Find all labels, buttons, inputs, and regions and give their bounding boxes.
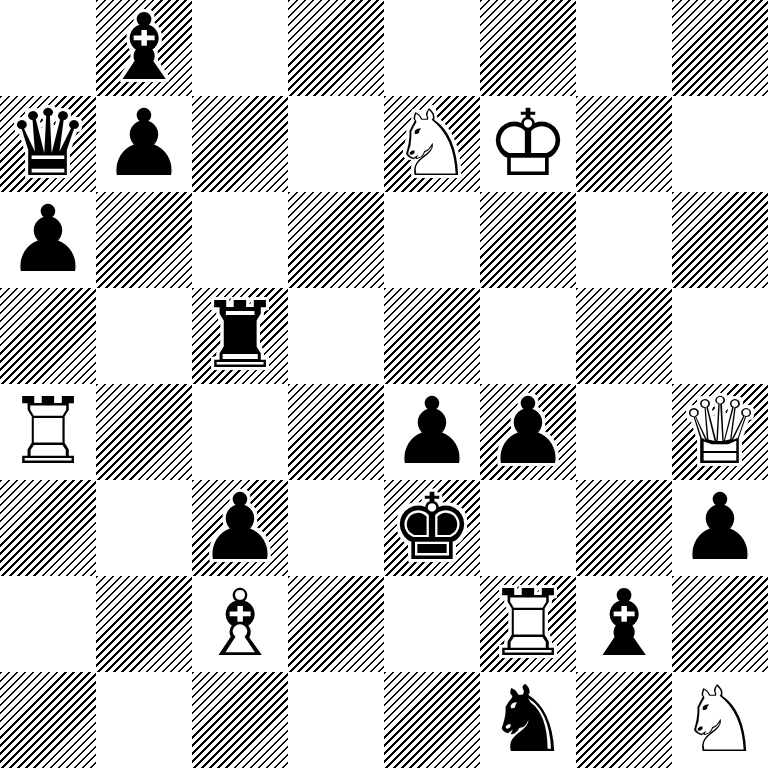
square-e6[interactable] [384,192,480,288]
square-b7[interactable]: ♟ [96,96,192,192]
square-a4[interactable]: ♜♖ [0,384,96,480]
square-c5[interactable]: ♜ [192,288,288,384]
square-a3[interactable] [0,480,96,576]
square-b3[interactable] [96,480,192,576]
white-queen-glyph: ♕ [672,384,768,480]
black-bishop[interactable]: ♝ [576,576,672,672]
square-e1[interactable] [384,672,480,768]
square-d6[interactable] [288,192,384,288]
square-c6[interactable] [192,192,288,288]
square-g6[interactable] [576,192,672,288]
square-g2[interactable]: ♝ [576,576,672,672]
square-c2[interactable]: ♝♗ [192,576,288,672]
black-king-glyph: ♚ [384,480,480,576]
black-pawn-glyph: ♟ [672,480,768,576]
black-pawn-glyph: ♟ [0,192,96,288]
square-f2[interactable]: ♜♖ [480,576,576,672]
square-e8[interactable] [384,0,480,96]
black-pawn[interactable]: ♟ [672,480,768,576]
black-queen-glyph: ♛ [0,96,96,192]
white-bishop[interactable]: ♝♗ [192,576,288,672]
black-rook-glyph: ♜ [192,288,288,384]
black-knight-glyph: ♞ [480,672,576,768]
square-e4[interactable]: ♟ [384,384,480,480]
square-f7[interactable]: ♚♔ [480,96,576,192]
black-bishop-glyph: ♝ [96,0,192,96]
black-pawn-glyph: ♟ [384,384,480,480]
square-h8[interactable] [672,0,768,96]
square-g5[interactable] [576,288,672,384]
square-d3[interactable] [288,480,384,576]
square-f3[interactable] [480,480,576,576]
white-bishop-glyph: ♗ [192,576,288,672]
white-knight[interactable]: ♞♘ [672,672,768,768]
square-a6[interactable]: ♟ [0,192,96,288]
white-rook-glyph: ♖ [480,576,576,672]
square-b4[interactable] [96,384,192,480]
white-king[interactable]: ♚♔ [480,96,576,192]
white-knight-glyph: ♘ [384,96,480,192]
square-d2[interactable] [288,576,384,672]
square-h4[interactable]: ♛♕ [672,384,768,480]
square-d5[interactable] [288,288,384,384]
square-f5[interactable] [480,288,576,384]
black-queen[interactable]: ♛ [0,96,96,192]
square-d4[interactable] [288,384,384,480]
white-rook[interactable]: ♜♖ [480,576,576,672]
white-king-glyph: ♔ [480,96,576,192]
square-d7[interactable] [288,96,384,192]
white-queen[interactable]: ♛♕ [672,384,768,480]
square-c8[interactable] [192,0,288,96]
square-e3[interactable]: ♚ [384,480,480,576]
black-pawn-glyph: ♟ [96,96,192,192]
black-pawn[interactable]: ♟ [192,480,288,576]
white-rook-glyph: ♖ [0,384,96,480]
black-pawn[interactable]: ♟ [384,384,480,480]
square-b8[interactable]: ♝ [96,0,192,96]
square-h7[interactable] [672,96,768,192]
square-g8[interactable] [576,0,672,96]
square-f8[interactable] [480,0,576,96]
square-a8[interactable] [0,0,96,96]
square-c3[interactable]: ♟ [192,480,288,576]
square-b5[interactable] [96,288,192,384]
square-a2[interactable] [0,576,96,672]
square-b6[interactable] [96,192,192,288]
square-d1[interactable] [288,672,384,768]
white-knight[interactable]: ♞♘ [384,96,480,192]
square-b1[interactable] [96,672,192,768]
square-g1[interactable] [576,672,672,768]
black-knight[interactable]: ♞ [480,672,576,768]
square-c1[interactable] [192,672,288,768]
chess-board: ♝♛♟♞♘♚♔♟♜♜♖♟♟♛♕♟♚♟♝♗♜♖♝♞♞♘ [0,0,768,768]
square-c7[interactable] [192,96,288,192]
square-e5[interactable] [384,288,480,384]
square-c4[interactable] [192,384,288,480]
square-a1[interactable] [0,672,96,768]
square-b2[interactable] [96,576,192,672]
black-bishop-glyph: ♝ [576,576,672,672]
square-a5[interactable] [0,288,96,384]
square-h1[interactable]: ♞♘ [672,672,768,768]
square-h3[interactable]: ♟ [672,480,768,576]
square-g7[interactable] [576,96,672,192]
square-h6[interactable] [672,192,768,288]
black-bishop[interactable]: ♝ [96,0,192,96]
black-pawn[interactable]: ♟ [0,192,96,288]
black-pawn[interactable]: ♟ [96,96,192,192]
black-pawn-glyph: ♟ [480,384,576,480]
black-pawn-glyph: ♟ [192,480,288,576]
square-e7[interactable]: ♞♘ [384,96,480,192]
square-d8[interactable] [288,0,384,96]
white-rook[interactable]: ♜♖ [0,384,96,480]
square-g3[interactable] [576,480,672,576]
white-knight-glyph: ♘ [672,672,768,768]
square-f4[interactable]: ♟ [480,384,576,480]
square-h5[interactable] [672,288,768,384]
square-a7[interactable]: ♛ [0,96,96,192]
black-king[interactable]: ♚ [384,480,480,576]
square-h2[interactable] [672,576,768,672]
black-pawn[interactable]: ♟ [480,384,576,480]
square-g4[interactable] [576,384,672,480]
square-f1[interactable]: ♞ [480,672,576,768]
square-f6[interactable] [480,192,576,288]
square-e2[interactable] [384,576,480,672]
black-rook[interactable]: ♜ [192,288,288,384]
